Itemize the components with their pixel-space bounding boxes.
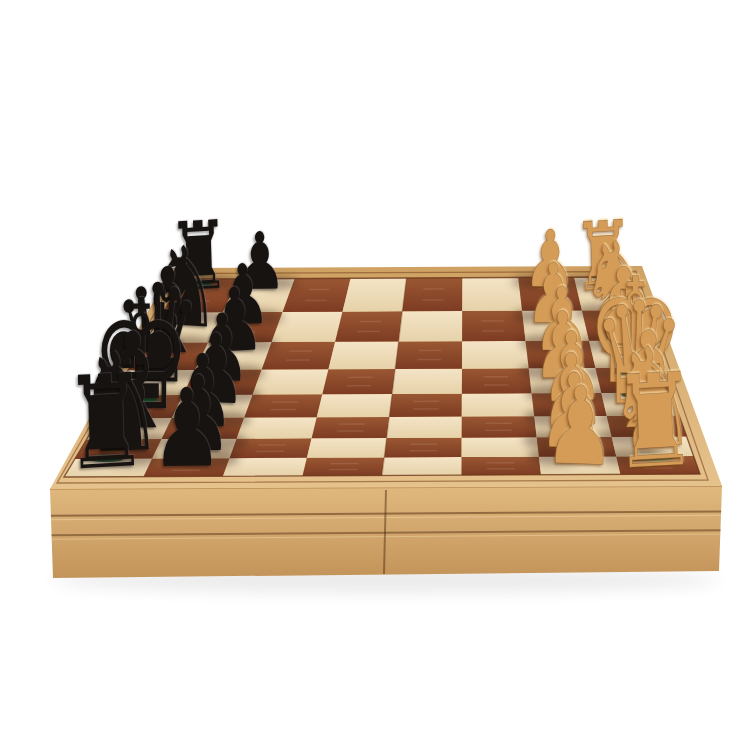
- square-light: [342, 278, 406, 312]
- square-light: [328, 342, 398, 370]
- piece-white-rook[interactable]: ♜: [610, 355, 699, 488]
- square-light: [382, 457, 462, 475]
- square-dark: [322, 369, 395, 394]
- square-light: [399, 311, 463, 341]
- piece-white-pawn[interactable]: ♟: [543, 372, 617, 483]
- square-light: [392, 369, 462, 394]
- square-light: [317, 394, 392, 417]
- square-dark: [335, 311, 402, 341]
- square-dark: [402, 278, 462, 312]
- square-light: [462, 393, 534, 416]
- square-light: [462, 341, 529, 369]
- square-dark: [389, 394, 462, 417]
- square-dark: [462, 457, 542, 475]
- square-dark: [303, 457, 385, 475]
- square-light: [307, 438, 387, 458]
- piece-black-pawn[interactable]: ♟: [151, 374, 224, 483]
- square-light: [387, 417, 462, 438]
- piece-black-rook[interactable]: ♜: [61, 356, 150, 489]
- square-dark: [312, 417, 390, 438]
- square-dark: [384, 438, 461, 458]
- square-dark: [395, 341, 462, 369]
- chess-set-photo: ♜♟♟♜♞♟♟♞♝♟♟♝♛♟♟♚♚♟♟♛♝♟♟♝♞♟♟♞♜♟♟♜: [0, 0, 750, 750]
